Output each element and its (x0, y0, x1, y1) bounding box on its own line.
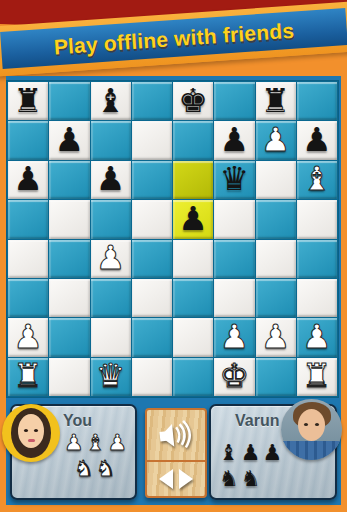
player-name-you: You (63, 412, 92, 430)
chess-piece-wP-g2[interactable]: ♟ (261, 320, 291, 353)
square-c4[interactable]: ♟ (91, 240, 131, 278)
left-right-arrows-icon (156, 467, 196, 491)
square-f6[interactable]: ♛ (214, 161, 254, 199)
square-b7[interactable]: ♟ (49, 121, 89, 159)
chess-piece-wQ-c1[interactable]: ♛ (96, 359, 126, 392)
chess-piece-bP-b7[interactable]: ♟ (55, 123, 85, 156)
chess-piece-wP-f2[interactable]: ♟ (220, 320, 250, 353)
square-h3[interactable] (297, 279, 337, 317)
square-h1[interactable]: ♜ (297, 358, 337, 396)
square-d4[interactable] (132, 240, 172, 278)
controls-panel (145, 408, 207, 498)
square-f2[interactable]: ♟ (214, 318, 254, 356)
square-e4[interactable] (173, 240, 213, 278)
captured-piece-wN: ♞ (96, 456, 116, 482)
square-h7[interactable]: ♟ (297, 121, 337, 159)
square-h6[interactable]: ♝ (297, 161, 337, 199)
sound-button[interactable] (147, 410, 205, 460)
chess-piece-bP-e5[interactable]: ♟ (178, 202, 208, 235)
square-c2[interactable] (91, 318, 131, 356)
square-b6[interactable] (49, 161, 89, 199)
chess-piece-wP-h2[interactable]: ♟ (302, 320, 332, 353)
avatar-eye (24, 429, 28, 432)
captured-piece-wN: ♞ (74, 456, 94, 482)
chess-piece-wP-g7[interactable]: ♟ (261, 123, 291, 156)
square-e2[interactable] (173, 318, 213, 356)
chess-piece-wP-a2[interactable]: ♟ (13, 320, 43, 353)
avatar-mouth (28, 439, 35, 442)
nav-arrows-button[interactable] (147, 460, 205, 496)
square-b3[interactable] (49, 279, 89, 317)
square-g2[interactable]: ♟ (256, 318, 296, 356)
square-b8[interactable] (49, 82, 89, 120)
square-g6[interactable] (256, 161, 296, 199)
avatar-face (18, 414, 44, 448)
avatar-face (298, 409, 325, 441)
speaker-icon (157, 418, 195, 452)
square-g1[interactable] (256, 358, 296, 396)
square-h2[interactable]: ♟ (297, 318, 337, 356)
square-b5[interactable] (49, 200, 89, 238)
captured-piece-wP: ♟ (64, 430, 84, 456)
captured-row: ♟♝♟ (64, 430, 127, 456)
square-e3[interactable] (173, 279, 213, 317)
square-f1[interactable]: ♚ (214, 358, 254, 396)
square-b1[interactable] (49, 358, 89, 396)
square-c5[interactable] (91, 200, 131, 238)
chess-piece-bR-g8[interactable]: ♜ (261, 84, 291, 117)
square-f7[interactable]: ♟ (214, 121, 254, 159)
square-d3[interactable] (132, 279, 172, 317)
square-b4[interactable] (49, 240, 89, 278)
square-e1[interactable] (173, 358, 213, 396)
captured-piece-wB: ♝ (86, 430, 106, 456)
square-e5[interactable]: ♟ (173, 200, 213, 238)
chess-piece-bP-a6[interactable]: ♟ (13, 162, 43, 195)
chess-piece-wR-a1[interactable]: ♜ (13, 359, 43, 392)
square-a7[interactable] (8, 121, 48, 159)
square-f8[interactable] (214, 82, 254, 120)
captured-piece-bN: ♞ (219, 466, 239, 492)
captured-tray-varun: ♝♟♟♞♞ (219, 440, 282, 492)
chess-piece-bR-a8[interactable]: ♜ (13, 84, 43, 117)
square-h4[interactable] (297, 240, 337, 278)
square-c6[interactable]: ♟ (91, 161, 131, 199)
player-avatar-varun (281, 399, 342, 460)
chess-piece-bP-f7[interactable]: ♟ (220, 123, 250, 156)
square-d5[interactable] (132, 200, 172, 238)
chess-piece-wR-h1[interactable]: ♜ (302, 359, 332, 392)
square-e8[interactable]: ♚ (173, 82, 213, 120)
square-d2[interactable] (132, 318, 172, 356)
chess-piece-wP-c4[interactable]: ♟ (96, 241, 126, 274)
chess-piece-bB-c8[interactable]: ♝ (96, 84, 126, 117)
player-avatar-you (2, 404, 60, 462)
chess-piece-bQ-f6[interactable]: ♛ (220, 162, 250, 195)
chess-piece-wB-h6[interactable]: ♝ (302, 162, 332, 195)
square-c7[interactable] (91, 121, 131, 159)
captured-piece-bB: ♝ (219, 440, 239, 466)
captured-row: ♞♞ (74, 456, 127, 482)
square-d6[interactable] (132, 161, 172, 199)
captured-tray-you: ♟♝♟♞♞ (64, 430, 127, 482)
captured-piece-bP: ♟ (241, 440, 261, 466)
chess-piece-bP-h7[interactable]: ♟ (302, 123, 332, 156)
chess-piece-bK-e8[interactable]: ♚ (178, 84, 208, 117)
square-c3[interactable] (91, 279, 131, 317)
avatar-eye (304, 423, 308, 426)
avatar-eye (34, 429, 38, 432)
square-d8[interactable] (132, 82, 172, 120)
chess-board[interactable]: ♜♝♚♜♟♟♟♟♟♟♛♝♟♟♟♟♟♟♜♛♚♜ (6, 80, 339, 398)
square-g3[interactable] (256, 279, 296, 317)
square-d7[interactable] (132, 121, 172, 159)
square-a3[interactable] (8, 279, 48, 317)
square-g4[interactable] (256, 240, 296, 278)
chess-app: Play offline with friends ♜♝♚♜♟♟♟♟♟♟♛♝♟♟… (0, 0, 347, 512)
square-f4[interactable] (214, 240, 254, 278)
player-name-varun: Varun (235, 412, 279, 430)
square-a4[interactable] (8, 240, 48, 278)
avatar-eye (315, 423, 319, 426)
captured-piece-bN: ♞ (241, 466, 261, 492)
captured-row: ♝♟♟ (219, 440, 282, 466)
square-g8[interactable]: ♜ (256, 82, 296, 120)
square-f3[interactable] (214, 279, 254, 317)
chess-piece-bP-c6[interactable]: ♟ (96, 162, 126, 195)
square-c1[interactable]: ♛ (91, 358, 131, 396)
square-g7[interactable]: ♟ (256, 121, 296, 159)
square-h8[interactable] (297, 82, 337, 120)
square-a1[interactable]: ♜ (8, 358, 48, 396)
captured-piece-wP: ♟ (107, 430, 127, 456)
captured-row: ♞♞ (219, 466, 282, 492)
square-h5[interactable] (297, 200, 337, 238)
square-e7[interactable] (173, 121, 213, 159)
square-b2[interactable] (49, 318, 89, 356)
square-d1[interactable] (132, 358, 172, 396)
square-a2[interactable]: ♟ (8, 318, 48, 356)
square-a6[interactable]: ♟ (8, 161, 48, 199)
square-a5[interactable] (8, 200, 48, 238)
square-g5[interactable] (256, 200, 296, 238)
square-f5[interactable] (214, 200, 254, 238)
captured-piece-bP: ♟ (262, 440, 282, 466)
offline-banner-text: Play offline with friends (53, 18, 295, 59)
square-a8[interactable]: ♜ (8, 82, 48, 120)
chess-piece-wK-f1[interactable]: ♚ (220, 359, 250, 392)
square-c8[interactable]: ♝ (91, 82, 131, 120)
square-e6[interactable] (173, 161, 213, 199)
